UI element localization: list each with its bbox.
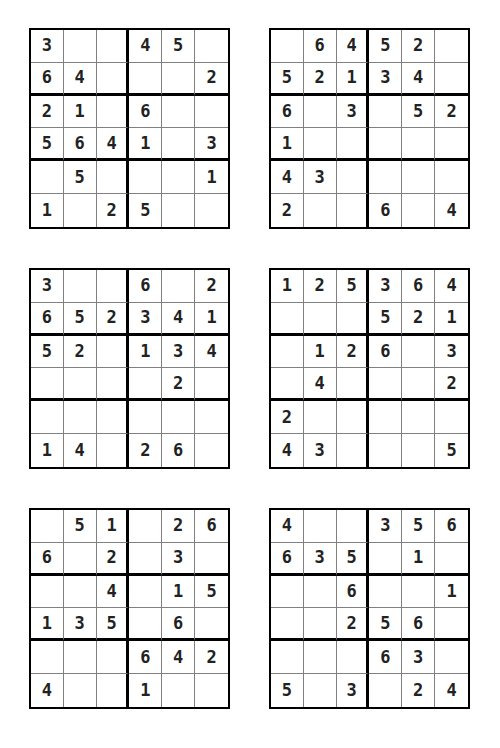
sudoku-cell-b3-r1c1[interactable]: 3 bbox=[31, 270, 64, 303]
sudoku-cell-b3-r6c5[interactable]: 6 bbox=[162, 434, 195, 467]
sudoku-cell-b3-r2c2[interactable]: 5 bbox=[64, 303, 97, 336]
sudoku-cell-b2-r2c3[interactable]: 1 bbox=[337, 63, 370, 96]
sudoku-cell-b3-r3c4[interactable]: 1 bbox=[129, 336, 162, 369]
sudoku-cell-b5-r5c3[interactable] bbox=[97, 641, 130, 674]
sudoku-cell-b1-r3c1[interactable]: 2 bbox=[31, 96, 64, 129]
sudoku-cell-b2-r6c6[interactable]: 4 bbox=[435, 194, 468, 227]
sudoku-cell-b5-r4c5[interactable]: 6 bbox=[162, 608, 195, 641]
sudoku-cell-b2-r6c2[interactable] bbox=[304, 194, 337, 227]
sudoku-cell-b4-r5c2[interactable] bbox=[304, 401, 337, 434]
sudoku-cell-b5-r5c4[interactable]: 6 bbox=[129, 641, 162, 674]
sudoku-cell-b4-r4c4[interactable] bbox=[369, 368, 402, 401]
sudoku-cell-b4-r5c3[interactable] bbox=[337, 401, 370, 434]
sudoku-cell-b5-r4c4[interactable] bbox=[129, 608, 162, 641]
sudoku-cell-b6-r1c2[interactable] bbox=[304, 510, 337, 543]
sudoku-cell-b6-r5c6[interactable] bbox=[435, 641, 468, 674]
sudoku-cell-b4-r1c1[interactable]: 1 bbox=[271, 270, 304, 303]
sudoku-cell-b5-r2c2[interactable] bbox=[64, 543, 97, 576]
sudoku-cell-b6-r4c6[interactable] bbox=[435, 608, 468, 641]
sudoku-cell-b3-r3c6[interactable]: 4 bbox=[195, 336, 228, 369]
sudoku-cell-b6-r2c4[interactable] bbox=[369, 543, 402, 576]
sudoku-cell-b1-r5c6[interactable]: 1 bbox=[195, 161, 228, 194]
sudoku-cell-b3-r6c6[interactable] bbox=[195, 434, 228, 467]
sudoku-cell-b6-r2c6[interactable] bbox=[435, 543, 468, 576]
sudoku-cell-b5-r2c3[interactable]: 2 bbox=[97, 543, 130, 576]
sudoku-board-5: 5126623415135664241 bbox=[29, 508, 230, 709]
sudoku-cell-b6-r3c6[interactable]: 1 bbox=[435, 576, 468, 609]
sudoku-cell-b4-r6c5[interactable] bbox=[402, 434, 435, 467]
sudoku-cell-b6-r6c6[interactable]: 4 bbox=[435, 674, 468, 707]
sudoku-cell-b1-r6c2[interactable] bbox=[64, 194, 97, 227]
sudoku-cell-b6-r1c1[interactable]: 4 bbox=[271, 510, 304, 543]
sudoku-cell-b6-r4c3[interactable]: 2 bbox=[337, 608, 370, 641]
sudoku-cell-b4-r5c5[interactable] bbox=[402, 401, 435, 434]
sudoku-cell-b5-r2c1[interactable]: 6 bbox=[31, 543, 64, 576]
sudoku-cell-b2-r1c6[interactable] bbox=[435, 30, 468, 63]
sudoku-cell-b4-r3c6[interactable]: 3 bbox=[435, 336, 468, 369]
sudoku-cell-b2-r3c5[interactable]: 5 bbox=[402, 96, 435, 129]
sudoku-cell-b5-r3c6[interactable]: 5 bbox=[195, 576, 228, 609]
sudoku-cell-b4-r4c6[interactable]: 2 bbox=[435, 368, 468, 401]
sudoku-cell-b6-r3c1[interactable] bbox=[271, 576, 304, 609]
sudoku-cell-b6-r2c3[interactable]: 5 bbox=[337, 543, 370, 576]
sudoku-cell-b5-r3c1[interactable] bbox=[31, 576, 64, 609]
sudoku-cell-b1-r4c1[interactable]: 5 bbox=[31, 128, 64, 161]
sudoku-cell-b5-r4c3[interactable]: 5 bbox=[97, 608, 130, 641]
sudoku-board-3: 3626523415213421426 bbox=[29, 268, 230, 469]
sudoku-cell-b2-r2c5[interactable]: 4 bbox=[402, 63, 435, 96]
sudoku-cell-b3-r3c3[interactable] bbox=[97, 336, 130, 369]
sudoku-cell-b2-r5c2[interactable]: 3 bbox=[304, 161, 337, 194]
sudoku-cell-b2-r1c5[interactable]: 2 bbox=[402, 30, 435, 63]
sudoku-cell-b5-r3c4[interactable] bbox=[129, 576, 162, 609]
sudoku-cell-b3-r2c3[interactable]: 2 bbox=[97, 303, 130, 336]
sudoku-cell-b6-r5c5[interactable]: 3 bbox=[402, 641, 435, 674]
sudoku-cell-b1-r5c5[interactable] bbox=[162, 161, 195, 194]
sudoku-cell-b2-r6c4[interactable]: 6 bbox=[369, 194, 402, 227]
sudoku-cell-b1-r2c5[interactable] bbox=[162, 63, 195, 96]
sudoku-cell-b3-r4c3[interactable] bbox=[97, 368, 130, 401]
sudoku-cell-b1-r2c6[interactable]: 2 bbox=[195, 63, 228, 96]
sudoku-cell-b3-r1c3[interactable] bbox=[97, 270, 130, 303]
sudoku-cell-b6-r2c2[interactable]: 3 bbox=[304, 543, 337, 576]
sudoku-cell-b1-r1c6[interactable] bbox=[195, 30, 228, 63]
sudoku-cell-b3-r5c5[interactable] bbox=[162, 401, 195, 434]
sudoku-cell-b3-r6c4[interactable]: 2 bbox=[129, 434, 162, 467]
sudoku-cell-b5-r5c2[interactable] bbox=[64, 641, 97, 674]
sudoku-cell-b3-r2c5[interactable]: 4 bbox=[162, 303, 195, 336]
sudoku-cell-b1-r3c6[interactable] bbox=[195, 96, 228, 129]
sudoku-cell-b4-r2c2[interactable] bbox=[304, 303, 337, 336]
sudoku-cell-b1-r3c4[interactable]: 6 bbox=[129, 96, 162, 129]
sudoku-cell-b6-r4c2[interactable] bbox=[304, 608, 337, 641]
sudoku-cell-b4-r1c6[interactable]: 4 bbox=[435, 270, 468, 303]
sudoku-cell-b3-r6c3[interactable] bbox=[97, 434, 130, 467]
sudoku-cell-b4-r3c5[interactable] bbox=[402, 336, 435, 369]
sudoku-cell-b1-r4c4[interactable]: 1 bbox=[129, 128, 162, 161]
sudoku-cell-b2-r2c1[interactable]: 5 bbox=[271, 63, 304, 96]
sudoku-cell-b2-r3c4[interactable] bbox=[369, 96, 402, 129]
sudoku-cell-b4-r6c1[interactable]: 4 bbox=[271, 434, 304, 467]
sudoku-cell-b1-r2c3[interactable] bbox=[97, 63, 130, 96]
sudoku-cell-b4-r1c3[interactable]: 5 bbox=[337, 270, 370, 303]
sudoku-cell-b4-r5c4[interactable] bbox=[369, 401, 402, 434]
sudoku-cell-b5-r6c4[interactable]: 1 bbox=[129, 674, 162, 707]
sudoku-cell-b5-r5c1[interactable] bbox=[31, 641, 64, 674]
sudoku-cell-b1-r2c2[interactable]: 4 bbox=[64, 63, 97, 96]
sudoku-cell-b4-r6c2[interactable]: 3 bbox=[304, 434, 337, 467]
sudoku-cell-b6-r5c3[interactable] bbox=[337, 641, 370, 674]
sudoku-cell-b6-r1c3[interactable] bbox=[337, 510, 370, 543]
sudoku-cell-b5-r1c6[interactable]: 6 bbox=[195, 510, 228, 543]
sudoku-cell-b1-r4c2[interactable]: 6 bbox=[64, 128, 97, 161]
sudoku-cell-b1-r3c3[interactable] bbox=[97, 96, 130, 129]
sudoku-cell-b2-r6c3[interactable] bbox=[337, 194, 370, 227]
sudoku-cell-b4-r5c6[interactable] bbox=[435, 401, 468, 434]
sudoku-cell-b1-r1c1[interactable]: 3 bbox=[31, 30, 64, 63]
sudoku-sheet: 3456422165641351125645252134635214326436… bbox=[0, 0, 500, 748]
sudoku-cell-b4-r4c3[interactable] bbox=[337, 368, 370, 401]
sudoku-cell-b6-r1c5[interactable]: 5 bbox=[402, 510, 435, 543]
sudoku-cell-b5-r5c5[interactable]: 4 bbox=[162, 641, 195, 674]
sudoku-cell-b3-r3c5[interactable]: 3 bbox=[162, 336, 195, 369]
sudoku-cell-b2-r4c2[interactable] bbox=[304, 128, 337, 161]
sudoku-cell-b1-r5c3[interactable] bbox=[97, 161, 130, 194]
sudoku-cell-b4-r4c5[interactable] bbox=[402, 368, 435, 401]
sudoku-cell-b5-r4c2[interactable]: 3 bbox=[64, 608, 97, 641]
sudoku-cell-b6-r6c5[interactable]: 2 bbox=[402, 674, 435, 707]
sudoku-cell-b2-r3c2[interactable] bbox=[304, 96, 337, 129]
sudoku-cell-b2-r4c6[interactable] bbox=[435, 128, 468, 161]
sudoku-cell-b1-r2c4[interactable] bbox=[129, 63, 162, 96]
sudoku-cell-b4-r3c3[interactable]: 2 bbox=[337, 336, 370, 369]
sudoku-cell-b6-r6c2[interactable] bbox=[304, 674, 337, 707]
sudoku-cell-b4-r1c4[interactable]: 3 bbox=[369, 270, 402, 303]
sudoku-cell-b2-r3c1[interactable]: 6 bbox=[271, 96, 304, 129]
sudoku-cell-b3-r6c2[interactable]: 4 bbox=[64, 434, 97, 467]
sudoku-cell-b2-r4c4[interactable] bbox=[369, 128, 402, 161]
sudoku-cell-b6-r3c2[interactable] bbox=[304, 576, 337, 609]
sudoku-cell-b5-r2c4[interactable] bbox=[129, 543, 162, 576]
sudoku-board-6: 4356635161256635324 bbox=[269, 508, 470, 709]
sudoku-cell-b1-r3c2[interactable]: 1 bbox=[64, 96, 97, 129]
sudoku-cell-b5-r2c5[interactable]: 3 bbox=[162, 543, 195, 576]
sudoku-cell-b6-r6c1[interactable]: 5 bbox=[271, 674, 304, 707]
sudoku-cell-b2-r1c3[interactable]: 4 bbox=[337, 30, 370, 63]
sudoku-cell-b4-r1c5[interactable]: 6 bbox=[402, 270, 435, 303]
sudoku-cell-b3-r2c6[interactable]: 1 bbox=[195, 303, 228, 336]
sudoku-cell-b6-r4c4[interactable]: 5 bbox=[369, 608, 402, 641]
sudoku-cell-b6-r4c1[interactable] bbox=[271, 608, 304, 641]
sudoku-cell-b4-r1c2[interactable]: 2 bbox=[304, 270, 337, 303]
sudoku-cell-b4-r2c5[interactable]: 2 bbox=[402, 303, 435, 336]
sudoku-cell-b6-r5c4[interactable]: 6 bbox=[369, 641, 402, 674]
sudoku-cell-b2-r3c3[interactable]: 3 bbox=[337, 96, 370, 129]
sudoku-cell-b6-r2c1[interactable]: 6 bbox=[271, 543, 304, 576]
sudoku-cell-b6-r6c3[interactable]: 3 bbox=[337, 674, 370, 707]
sudoku-cell-b6-r1c4[interactable]: 3 bbox=[369, 510, 402, 543]
sudoku-cell-b3-r5c2[interactable] bbox=[64, 401, 97, 434]
sudoku-cell-b1-r4c6[interactable]: 3 bbox=[195, 128, 228, 161]
sudoku-cell-b4-r2c1[interactable] bbox=[271, 303, 304, 336]
sudoku-cell-b3-r3c1[interactable]: 5 bbox=[31, 336, 64, 369]
sudoku-cell-b2-r5c1[interactable]: 4 bbox=[271, 161, 304, 194]
sudoku-cell-b4-r6c4[interactable] bbox=[369, 434, 402, 467]
sudoku-board-1: 3456422165641351125 bbox=[29, 28, 230, 229]
sudoku-cell-b1-r1c2[interactable] bbox=[64, 30, 97, 63]
sudoku-cell-b2-r6c5[interactable] bbox=[402, 194, 435, 227]
sudoku-cell-b6-r5c1[interactable] bbox=[271, 641, 304, 674]
sudoku-cell-b3-r4c5[interactable]: 2 bbox=[162, 368, 195, 401]
sudoku-cell-b4-r3c4[interactable]: 6 bbox=[369, 336, 402, 369]
sudoku-cell-b3-r4c4[interactable] bbox=[129, 368, 162, 401]
sudoku-cell-b3-r4c1[interactable] bbox=[31, 368, 64, 401]
sudoku-cell-b1-r4c5[interactable] bbox=[162, 128, 195, 161]
sudoku-cell-b6-r6c4[interactable] bbox=[369, 674, 402, 707]
sudoku-cell-b4-r6c3[interactable] bbox=[337, 434, 370, 467]
sudoku-cell-b4-r2c4[interactable]: 5 bbox=[369, 303, 402, 336]
sudoku-cell-b2-r2c4[interactable]: 3 bbox=[369, 63, 402, 96]
sudoku-cell-b1-r2c1[interactable]: 6 bbox=[31, 63, 64, 96]
sudoku-cell-b5-r3c5[interactable]: 1 bbox=[162, 576, 195, 609]
sudoku-cell-b4-r2c3[interactable] bbox=[337, 303, 370, 336]
sudoku-cell-b3-r1c2[interactable] bbox=[64, 270, 97, 303]
sudoku-cell-b2-r5c3[interactable] bbox=[337, 161, 370, 194]
sudoku-cell-b6-r2c5[interactable]: 1 bbox=[402, 543, 435, 576]
sudoku-cell-b5-r6c3[interactable] bbox=[97, 674, 130, 707]
sudoku-cell-b3-r4c6[interactable] bbox=[195, 368, 228, 401]
sudoku-cell-b2-r5c4[interactable] bbox=[369, 161, 402, 194]
sudoku-cell-b6-r3c3[interactable]: 6 bbox=[337, 576, 370, 609]
sudoku-cell-b3-r1c4[interactable]: 6 bbox=[129, 270, 162, 303]
sudoku-cell-b2-r4c3[interactable] bbox=[337, 128, 370, 161]
sudoku-cell-b5-r1c1[interactable] bbox=[31, 510, 64, 543]
sudoku-cell-b1-r6c3[interactable]: 2 bbox=[97, 194, 130, 227]
sudoku-cell-b3-r4c2[interactable] bbox=[64, 368, 97, 401]
sudoku-cell-b2-r1c1[interactable] bbox=[271, 30, 304, 63]
sudoku-cell-b6-r3c5[interactable] bbox=[402, 576, 435, 609]
sudoku-cell-b3-r1c5[interactable] bbox=[162, 270, 195, 303]
sudoku-cell-b2-r5c6[interactable] bbox=[435, 161, 468, 194]
sudoku-cell-b5-r6c6[interactable] bbox=[195, 674, 228, 707]
sudoku-cell-b5-r3c3[interactable]: 4 bbox=[97, 576, 130, 609]
sudoku-cell-b3-r2c1[interactable]: 6 bbox=[31, 303, 64, 336]
sudoku-cell-b4-r4c2[interactable]: 4 bbox=[304, 368, 337, 401]
sudoku-cell-b3-r1c6[interactable]: 2 bbox=[195, 270, 228, 303]
sudoku-cell-b5-r1c3[interactable]: 1 bbox=[97, 510, 130, 543]
sudoku-cell-b5-r1c4[interactable] bbox=[129, 510, 162, 543]
sudoku-cell-b1-r1c5[interactable]: 5 bbox=[162, 30, 195, 63]
sudoku-cell-b2-r5c5[interactable] bbox=[402, 161, 435, 194]
sudoku-cell-b4-r3c2[interactable]: 1 bbox=[304, 336, 337, 369]
sudoku-cell-b5-r1c5[interactable]: 2 bbox=[162, 510, 195, 543]
sudoku-cell-b2-r1c2[interactable]: 6 bbox=[304, 30, 337, 63]
sudoku-cell-b1-r3c5[interactable] bbox=[162, 96, 195, 129]
sudoku-cell-b1-r5c4[interactable] bbox=[129, 161, 162, 194]
sudoku-cell-b1-r1c4[interactable]: 4 bbox=[129, 30, 162, 63]
sudoku-cell-b4-r5c1[interactable]: 2 bbox=[271, 401, 304, 434]
sudoku-cell-b2-r1c4[interactable]: 5 bbox=[369, 30, 402, 63]
sudoku-cell-b1-r5c1[interactable] bbox=[31, 161, 64, 194]
sudoku-cell-b5-r6c5[interactable] bbox=[162, 674, 195, 707]
sudoku-cell-b4-r3c1[interactable] bbox=[271, 336, 304, 369]
sudoku-cell-b1-r6c6[interactable] bbox=[195, 194, 228, 227]
sudoku-cell-b1-r6c4[interactable]: 5 bbox=[129, 194, 162, 227]
sudoku-cell-b5-r6c1[interactable]: 4 bbox=[31, 674, 64, 707]
sudoku-cell-b5-r5c6[interactable]: 2 bbox=[195, 641, 228, 674]
sudoku-cell-b3-r5c4[interactable] bbox=[129, 401, 162, 434]
sudoku-cell-b5-r4c6[interactable] bbox=[195, 608, 228, 641]
sudoku-cell-b3-r5c1[interactable] bbox=[31, 401, 64, 434]
sudoku-cell-b3-r3c2[interactable]: 2 bbox=[64, 336, 97, 369]
sudoku-cell-b5-r4c1[interactable]: 1 bbox=[31, 608, 64, 641]
sudoku-cell-b2-r4c1[interactable]: 1 bbox=[271, 128, 304, 161]
sudoku-cell-b6-r1c6[interactable]: 6 bbox=[435, 510, 468, 543]
sudoku-cell-b1-r4c3[interactable]: 4 bbox=[97, 128, 130, 161]
sudoku-cell-b3-r5c3[interactable] bbox=[97, 401, 130, 434]
sudoku-cell-b6-r4c5[interactable]: 6 bbox=[402, 608, 435, 641]
sudoku-board-2: 6452521346352143264 bbox=[269, 28, 470, 229]
sudoku-cell-b1-r6c5[interactable] bbox=[162, 194, 195, 227]
sudoku-cell-b6-r3c4[interactable] bbox=[369, 576, 402, 609]
sudoku-cell-b1-r1c3[interactable] bbox=[97, 30, 130, 63]
boards: 3456422165641351125645252134635214326436… bbox=[29, 28, 470, 709]
sudoku-cell-b5-r3c2[interactable] bbox=[64, 576, 97, 609]
sudoku-cell-b4-r6c6[interactable]: 5 bbox=[435, 434, 468, 467]
sudoku-cell-b3-r5c6[interactable] bbox=[195, 401, 228, 434]
sudoku-cell-b2-r2c6[interactable] bbox=[435, 63, 468, 96]
sudoku-cell-b4-r4c1[interactable] bbox=[271, 368, 304, 401]
sudoku-cell-b5-r6c2[interactable] bbox=[64, 674, 97, 707]
sudoku-cell-b5-r2c6[interactable] bbox=[195, 543, 228, 576]
sudoku-cell-b2-r3c6[interactable]: 2 bbox=[435, 96, 468, 129]
sudoku-cell-b1-r5c2[interactable]: 5 bbox=[64, 161, 97, 194]
sudoku-cell-b4-r2c6[interactable]: 1 bbox=[435, 303, 468, 336]
sudoku-cell-b3-r6c1[interactable]: 1 bbox=[31, 434, 64, 467]
sudoku-cell-b5-r1c2[interactable]: 5 bbox=[64, 510, 97, 543]
sudoku-board-4: 1253645211263422435 bbox=[269, 268, 470, 469]
sudoku-cell-b2-r2c2[interactable]: 2 bbox=[304, 63, 337, 96]
sudoku-cell-b2-r6c1[interactable]: 2 bbox=[271, 194, 304, 227]
sudoku-cell-b3-r2c4[interactable]: 3 bbox=[129, 303, 162, 336]
sudoku-cell-b2-r4c5[interactable] bbox=[402, 128, 435, 161]
sudoku-cell-b6-r5c2[interactable] bbox=[304, 641, 337, 674]
sudoku-cell-b1-r6c1[interactable]: 1 bbox=[31, 194, 64, 227]
